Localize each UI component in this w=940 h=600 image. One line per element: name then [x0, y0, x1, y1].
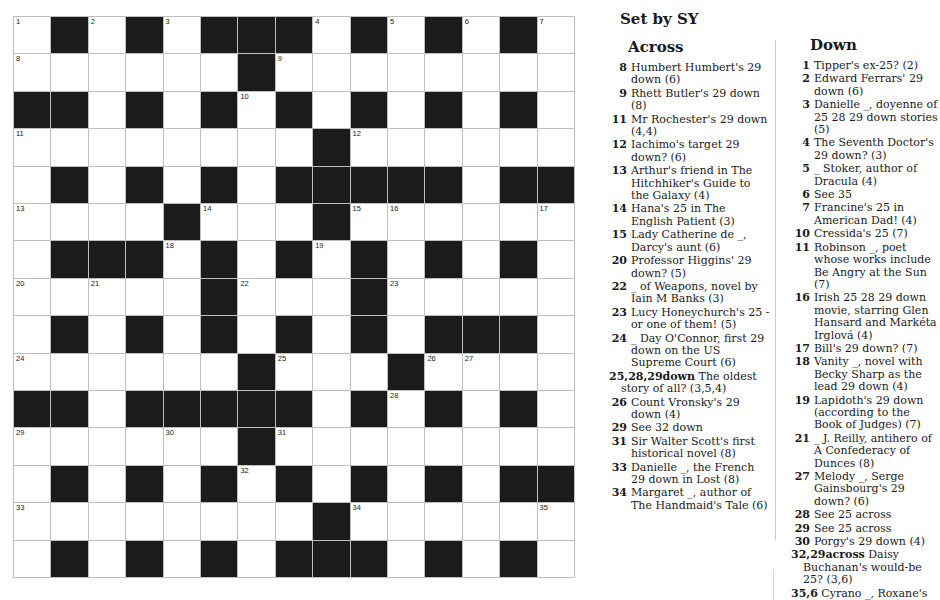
- cell-r12c3[interactable]: [89, 428, 125, 464]
- cell-r12c5[interactable]: 30: [164, 428, 200, 464]
- cell-r8c2[interactable]: [51, 279, 87, 315]
- cell-r12c13[interactable]: [463, 428, 499, 464]
- down-clue-32-29across: 32,29across Daisy Buchanan's would-be 25…: [791, 549, 940, 586]
- cell-r11c14-black: [500, 391, 536, 427]
- cell-r2c5[interactable]: [164, 54, 200, 90]
- cell-number: 14: [203, 205, 211, 213]
- cell-r5c5[interactable]: [164, 167, 200, 203]
- clue-text: Rhett Butler's 29 down (8): [631, 88, 770, 113]
- cell-r14c3[interactable]: [89, 503, 125, 539]
- cell-r8c13[interactable]: [463, 279, 499, 315]
- cell-r10c12[interactable]: 26: [425, 354, 461, 390]
- cell-r2c4[interactable]: [126, 54, 162, 90]
- cell-r9c15[interactable]: [538, 316, 574, 352]
- cell-r9c11[interactable]: [388, 316, 424, 352]
- clue-number-label: 24: [609, 333, 627, 370]
- down-clue-18: 18Vanity _, novel with Becky Sharp as th…: [791, 356, 940, 393]
- cell-r1c1[interactable]: 1: [14, 17, 50, 53]
- cell-r7c6-black: [201, 241, 237, 277]
- cell-r7c8-black: [276, 241, 312, 277]
- clue-text: Count Vronsky's 29 down (4): [631, 397, 770, 422]
- cell-r4c11[interactable]: [388, 129, 424, 165]
- cell-r3c3[interactable]: [89, 92, 125, 128]
- cell-r14c12[interactable]: [425, 503, 461, 539]
- cell-r5c1[interactable]: [14, 167, 50, 203]
- cell-number: 33: [16, 504, 24, 512]
- cell-r5c11-black: [388, 167, 424, 203]
- cell-r5c7[interactable]: [238, 167, 274, 203]
- cell-r9c8-black: [276, 316, 312, 352]
- cell-r1c2-black: [51, 17, 87, 53]
- down-clue-10: 10Cressida's 25 (7): [791, 228, 940, 240]
- cell-r11c13[interactable]: [463, 391, 499, 427]
- cell-r14c10[interactable]: 34: [351, 503, 387, 539]
- cell-r4c14[interactable]: [500, 129, 536, 165]
- cell-r10c9[interactable]: [313, 354, 349, 390]
- cell-r3c9[interactable]: [313, 92, 349, 128]
- cell-r14c4[interactable]: [126, 503, 162, 539]
- across-clue-26: 26Count Vronsky's 29 down (4): [609, 397, 770, 422]
- cell-r3c1-black: [14, 92, 50, 128]
- cell-r1c15[interactable]: 7: [538, 17, 574, 53]
- cell-r4c1[interactable]: 11: [14, 129, 50, 165]
- cell-r15c13[interactable]: [463, 541, 499, 577]
- cell-r2c7-black: [238, 54, 274, 90]
- clue-number-label: 33: [609, 462, 627, 487]
- cell-r11c9[interactable]: [313, 391, 349, 427]
- cell-r2c2[interactable]: [51, 54, 87, 90]
- clue-number-label: 25,28,29down: [609, 370, 695, 383]
- cell-r4c4[interactable]: [126, 129, 162, 165]
- cell-r10c15[interactable]: [538, 354, 574, 390]
- cell-number: 16: [390, 205, 398, 213]
- clue-text: Danielle _, the French 29 down in Lost (…: [631, 462, 770, 487]
- cell-r7c5[interactable]: 18: [164, 241, 200, 277]
- cell-r9c2-black: [51, 316, 87, 352]
- cell-r15c7[interactable]: [238, 541, 274, 577]
- cell-r8c5[interactable]: [164, 279, 200, 315]
- cell-r6c8[interactable]: [276, 204, 312, 240]
- cell-r1c8-black: [276, 17, 312, 53]
- cell-r7c9[interactable]: 19: [313, 241, 349, 277]
- cell-r6c7[interactable]: [238, 204, 274, 240]
- cell-r4c13[interactable]: [463, 129, 499, 165]
- cell-r7c2-black: [51, 241, 87, 277]
- cell-r13c10-black: [351, 466, 387, 502]
- cell-r5c14-black: [500, 167, 536, 203]
- cell-r4c15[interactable]: [538, 129, 574, 165]
- cell-number: 13: [16, 205, 24, 213]
- clue-number-label: 4: [791, 137, 810, 162]
- cell-number: 19: [315, 242, 323, 250]
- down-clue-19: 19Lapidoth's 29 down (according to the B…: [791, 395, 940, 432]
- cell-r1c9[interactable]: 4: [313, 17, 349, 53]
- clue-text: Hana's 25 in The English Patient (3): [631, 203, 770, 228]
- cell-r4c5[interactable]: [164, 129, 200, 165]
- cell-r1c13[interactable]: 6: [463, 17, 499, 53]
- cell-number: 21: [91, 280, 99, 288]
- cell-number: 24: [16, 355, 24, 363]
- cell-r4c2[interactable]: [51, 129, 87, 165]
- clue-text: Edward Ferrars' 29 down (6): [814, 73, 940, 98]
- cell-r14c15[interactable]: 35: [538, 503, 574, 539]
- across-clue-25-28-29down: 25,28,29down The oldest story of all? (3…: [609, 371, 770, 396]
- cell-number: 18: [166, 242, 174, 250]
- cell-r2c14[interactable]: [500, 54, 536, 90]
- cell-number: 3: [166, 18, 170, 26]
- cell-r9c10-black: [351, 316, 387, 352]
- column-divider: [775, 40, 776, 540]
- cell-r7c7[interactable]: [238, 241, 274, 277]
- cell-r15c2-black: [51, 541, 87, 577]
- cell-r9c3[interactable]: [89, 316, 125, 352]
- clue-text: Professor Higgins' 29 down? (5): [631, 255, 770, 280]
- cell-r10c8[interactable]: 25: [276, 354, 312, 390]
- cell-r4c3[interactable]: [89, 129, 125, 165]
- clue-text: See 35: [814, 189, 852, 201]
- cell-r7c4-black: [126, 241, 162, 277]
- cell-r9c14-black: [500, 316, 536, 352]
- cell-r5c10-black: [351, 167, 387, 203]
- column-divider-lower: [773, 569, 774, 600]
- cell-r6c12[interactable]: [425, 204, 461, 240]
- cell-number: 2: [91, 18, 95, 26]
- cell-r7c1[interactable]: [14, 241, 50, 277]
- cell-r14c8[interactable]: [276, 503, 312, 539]
- cell-r7c10-black: [351, 241, 387, 277]
- cell-r3c12-black: [425, 92, 461, 128]
- cell-r10c2[interactable]: [51, 354, 87, 390]
- cell-r15c4-black: [126, 541, 162, 577]
- cell-r1c5[interactable]: 3: [164, 17, 200, 53]
- clue-number-label: 22: [609, 281, 627, 306]
- cell-r6c10[interactable]: 15: [351, 204, 387, 240]
- clue-number-label: 1: [791, 60, 810, 72]
- cell-r11c10-black: [351, 391, 387, 427]
- cell-r10c1[interactable]: 24: [14, 354, 50, 390]
- cell-r1c12-black: [425, 17, 461, 53]
- cell-r8c10-black: [351, 279, 387, 315]
- cell-r9c5[interactable]: [164, 316, 200, 352]
- cell-r9c7[interactable]: [238, 316, 274, 352]
- cell-r15c10-black: [351, 541, 387, 577]
- cell-r1c3[interactable]: 2: [89, 17, 125, 53]
- down-clue-35-6: 35,6 Cyrano _, Roxane's would-be 25 (2,8…: [791, 588, 940, 600]
- cell-r15c15[interactable]: [538, 541, 574, 577]
- cell-r11c15[interactable]: [538, 391, 574, 427]
- cell-r3c5[interactable]: [164, 92, 200, 128]
- cell-r13c9[interactable]: [313, 466, 349, 502]
- cell-r8c4[interactable]: [126, 279, 162, 315]
- cell-r3c7[interactable]: 10: [238, 92, 274, 128]
- cell-r14c6[interactable]: [201, 503, 237, 539]
- cell-r8c11[interactable]: 23: [388, 279, 424, 315]
- cell-number: 10: [240, 93, 248, 101]
- cell-r2c12[interactable]: [425, 54, 461, 90]
- cell-r5c8-black: [276, 167, 312, 203]
- cell-r2c15[interactable]: [538, 54, 574, 90]
- cell-r5c3[interactable]: [89, 167, 125, 203]
- clue-number-label: 14: [609, 203, 627, 228]
- down-clue-6: 6See 35: [791, 189, 940, 201]
- clue-text: Robinson _, poet whose works include Be …: [814, 242, 940, 292]
- down-clue-17: 17Bill's 29 down? (7): [791, 343, 940, 355]
- cell-r3c15[interactable]: [538, 92, 574, 128]
- cell-r15c3[interactable]: [89, 541, 125, 577]
- across-clue-33: 33Danielle _, the French 29 down in Lost…: [609, 462, 770, 487]
- down-clue-28: 28See 25 across: [791, 509, 940, 521]
- clue-number-label: 17: [791, 343, 810, 355]
- down-clue-5: 5_ Stoker, author of Dracula (4): [791, 163, 940, 188]
- cell-r8c14[interactable]: [500, 279, 536, 315]
- cell-r15c5[interactable]: [164, 541, 200, 577]
- cell-r13c11[interactable]: [388, 466, 424, 502]
- cell-r11c3[interactable]: [89, 391, 125, 427]
- cell-r15c11[interactable]: [388, 541, 424, 577]
- across-clue-11: 11Mr Rochester's 29 down (4,4): [609, 114, 770, 139]
- cell-number: 27: [465, 355, 473, 363]
- cell-r1c7-black: [238, 17, 274, 53]
- cell-r7c3-black: [89, 241, 125, 277]
- cell-r4c10[interactable]: 12: [351, 129, 387, 165]
- clue-text: Lady Catherine de _, Darcy's aunt (6): [631, 229, 770, 254]
- clue-text: _ of Weapons, novel by Iain M Banks (3): [631, 281, 770, 306]
- across-clue-12: 12Iachimo's target 29 down? (6): [609, 139, 770, 164]
- across-clue-20: 20Professor Higgins' 29 down? (5): [609, 255, 770, 280]
- cell-r1c14-black: [500, 17, 536, 53]
- cell-r4c6[interactable]: [201, 129, 237, 165]
- cell-number: 22: [240, 280, 248, 288]
- cell-number: 28: [390, 392, 398, 400]
- cell-r9c13-black: [463, 316, 499, 352]
- cell-r14c9-black: [313, 503, 349, 539]
- cell-number: 7: [540, 18, 544, 26]
- cell-number: 20: [16, 280, 24, 288]
- cell-r8c15[interactable]: [538, 279, 574, 315]
- cell-r2c8[interactable]: 9: [276, 54, 312, 90]
- cell-r6c9-black: [313, 204, 349, 240]
- clue-number-label: 12: [609, 139, 627, 164]
- cell-r7c15[interactable]: [538, 241, 574, 277]
- cell-r4c8[interactable]: [276, 129, 312, 165]
- cell-r2c6[interactable]: [201, 54, 237, 90]
- cell-r10c14[interactable]: [500, 354, 536, 390]
- down-clue-7: 7Francine's 25 in American Dad! (4): [791, 202, 940, 227]
- cell-r12c11[interactable]: [388, 428, 424, 464]
- cell-r5c12-black: [425, 167, 461, 203]
- cell-r12c8[interactable]: 31: [276, 428, 312, 464]
- cell-r10c10[interactable]: [351, 354, 387, 390]
- cell-number: 4: [315, 18, 319, 26]
- cell-number: 9: [278, 55, 282, 63]
- cell-r8c8[interactable]: [276, 279, 312, 315]
- cell-r2c10[interactable]: [351, 54, 387, 90]
- cell-number: 30: [166, 429, 174, 437]
- cell-number: 23: [390, 280, 398, 288]
- cell-r12c6[interactable]: [201, 428, 237, 464]
- cell-r15c8-black: [276, 541, 312, 577]
- cell-r6c14[interactable]: [500, 204, 536, 240]
- clue-number-label: 27: [791, 471, 810, 508]
- across-clue-23: 23Lucy Honeychurch's 25 - or one of them…: [609, 307, 770, 332]
- cell-r3c2-black: [51, 92, 87, 128]
- cell-r2c13[interactable]: [463, 54, 499, 90]
- cell-number: 8: [16, 55, 20, 63]
- down-clue-1: 1Tipper's ex-25? (2): [791, 60, 940, 72]
- cell-r12c12[interactable]: [425, 428, 461, 464]
- clue-number-label: 15: [609, 229, 627, 254]
- cell-r9c12-black: [425, 316, 461, 352]
- cell-r10c11-black: [388, 354, 424, 390]
- cell-r13c7[interactable]: 32: [238, 466, 274, 502]
- clue-text: Lucy Honeychurch's 25 - or one of them! …: [631, 307, 770, 332]
- cell-r6c15[interactable]: 17: [538, 204, 574, 240]
- clue-text: _ Stoker, author of Dracula (4): [814, 163, 940, 188]
- cell-r14c14[interactable]: [500, 503, 536, 539]
- cell-r3c11[interactable]: [388, 92, 424, 128]
- cell-r10c4[interactable]: [126, 354, 162, 390]
- clue-number-label: 8: [609, 62, 627, 87]
- clue-text: See 25 across: [814, 523, 891, 535]
- cell-r12c2[interactable]: [51, 428, 87, 464]
- cell-r6c5-black: [164, 204, 200, 240]
- cell-number: 6: [465, 18, 469, 26]
- cell-r14c1[interactable]: 33: [14, 503, 50, 539]
- cell-r13c13[interactable]: [463, 466, 499, 502]
- cell-r7c11[interactable]: [388, 241, 424, 277]
- cell-r12c10[interactable]: [351, 428, 387, 464]
- cell-r10c6[interactable]: [201, 354, 237, 390]
- clue-number-label: 29: [791, 523, 810, 535]
- cell-r6c1[interactable]: 13: [14, 204, 50, 240]
- down-heading: Down: [810, 36, 940, 54]
- cell-r12c1[interactable]: 29: [14, 428, 50, 464]
- cell-r8c3[interactable]: 21: [89, 279, 125, 315]
- clue-number-label: 20: [609, 255, 627, 280]
- cell-r6c11[interactable]: 16: [388, 204, 424, 240]
- cell-r10c3[interactable]: [89, 354, 125, 390]
- cell-r15c1[interactable]: [14, 541, 50, 577]
- down-clue-16: 16Irish 25 28 29 down movie, starring Gl…: [791, 292, 940, 342]
- cell-number: 32: [240, 467, 248, 475]
- cell-r8c7[interactable]: 22: [238, 279, 274, 315]
- cell-r4c12[interactable]: [425, 129, 461, 165]
- clue-text: Vanity _, novel with Becky Sharp as the …: [814, 356, 940, 393]
- cell-r13c3[interactable]: [89, 466, 125, 502]
- across-clue-13: 13Arthur's friend in The Hitchhiker's Gu…: [609, 165, 770, 202]
- cell-number: 26: [427, 355, 435, 363]
- across-clue-24: 24_ Day O'Connor, first 29 down on the U…: [609, 333, 770, 370]
- clue-number-label: 32,29across: [791, 548, 865, 561]
- cell-r11c2-black: [51, 391, 87, 427]
- cell-r1c10-black: [351, 17, 387, 53]
- clue-text: Sir Walter Scott's first historical nove…: [631, 436, 770, 461]
- cell-r8c12[interactable]: [425, 279, 461, 315]
- cell-r11c11[interactable]: 28: [388, 391, 424, 427]
- cell-r9c1[interactable]: [14, 316, 50, 352]
- cell-r8c9[interactable]: [313, 279, 349, 315]
- cell-r8c1[interactable]: 20: [14, 279, 50, 315]
- cell-number: 34: [353, 504, 361, 512]
- cell-r10c13[interactable]: 27: [463, 354, 499, 390]
- cell-r14c13[interactable]: [463, 503, 499, 539]
- clue-text: Porgy's 29 down (4): [814, 536, 925, 548]
- cell-r13c8-black: [276, 466, 312, 502]
- cell-r6c4[interactable]: [126, 204, 162, 240]
- cell-r14c5[interactable]: [164, 503, 200, 539]
- cell-r1c4-black: [126, 17, 162, 53]
- clue-text: _ Day O'Connor, first 29 down on the US …: [631, 333, 770, 370]
- down-clue-2: 2Edward Ferrars' 29 down (6): [791, 73, 940, 98]
- cell-r6c3[interactable]: [89, 204, 125, 240]
- cell-r11c12-black: [425, 391, 461, 427]
- clue-text: Danielle _, doyenne of 25 28 29 down sto…: [814, 99, 940, 136]
- cell-r5c6-black: [201, 167, 237, 203]
- across-heading: Across: [628, 38, 770, 56]
- clue-number-label: 9: [609, 88, 627, 113]
- cell-r12c15[interactable]: [538, 428, 574, 464]
- clue-number-label: 5: [791, 163, 810, 188]
- across-clue-22: 22_ of Weapons, novel by Iain M Banks (3…: [609, 281, 770, 306]
- cell-r15c6-black: [201, 541, 237, 577]
- cell-r10c5[interactable]: [164, 354, 200, 390]
- clue-text: See 25 across: [814, 509, 891, 521]
- clue-number-label: 10: [791, 228, 810, 240]
- cell-r14c2[interactable]: [51, 503, 87, 539]
- cell-r3c4-black: [126, 92, 162, 128]
- clue-text: Lapidoth's 29 down (according to the Boo…: [814, 395, 940, 432]
- cell-r9c9[interactable]: [313, 316, 349, 352]
- cell-r5c2-black: [51, 167, 87, 203]
- cell-r12c14[interactable]: [500, 428, 536, 464]
- cell-r6c6[interactable]: 14: [201, 204, 237, 240]
- cell-r15c12-black: [425, 541, 461, 577]
- clue-number-label: 2: [791, 73, 810, 98]
- cell-r13c2-black: [51, 466, 87, 502]
- clue-text: See 32 down: [631, 422, 703, 434]
- cell-r12c9[interactable]: [313, 428, 349, 464]
- cell-r6c2[interactable]: [51, 204, 87, 240]
- cell-r3c14-black: [500, 92, 536, 128]
- cell-r1c11[interactable]: 5: [388, 17, 424, 53]
- cell-r13c1[interactable]: [14, 466, 50, 502]
- cell-r1c6-black: [201, 17, 237, 53]
- cell-r3c13[interactable]: [463, 92, 499, 128]
- cell-r7c13[interactable]: [463, 241, 499, 277]
- down-clue-3: 3Danielle _, doyenne of 25 28 29 down st…: [791, 99, 940, 136]
- cell-r2c3[interactable]: [89, 54, 125, 90]
- cell-r10c7-black: [238, 354, 274, 390]
- cell-r7c12-black: [425, 241, 461, 277]
- clue-number-label: 28: [791, 509, 810, 521]
- cell-r13c15-black: [538, 466, 574, 502]
- cell-number: 5: [390, 18, 394, 26]
- cell-r2c1[interactable]: 8: [14, 54, 50, 90]
- across-clue-9: 9Rhett Butler's 29 down (8): [609, 88, 770, 113]
- cell-r14c7[interactable]: [238, 503, 274, 539]
- clue-text: Humbert Humbert's 29 down (6): [631, 62, 770, 87]
- cell-r12c4[interactable]: [126, 428, 162, 464]
- cell-number: 25: [278, 355, 286, 363]
- cell-r4c7[interactable]: [238, 129, 274, 165]
- cell-r9c6-black: [201, 316, 237, 352]
- cell-r14c11[interactable]: [388, 503, 424, 539]
- cell-r2c9[interactable]: [313, 54, 349, 90]
- cell-r13c5[interactable]: [164, 466, 200, 502]
- cell-r2c11[interactable]: [388, 54, 424, 90]
- cell-r6c13[interactable]: [463, 204, 499, 240]
- cell-r5c13[interactable]: [463, 167, 499, 203]
